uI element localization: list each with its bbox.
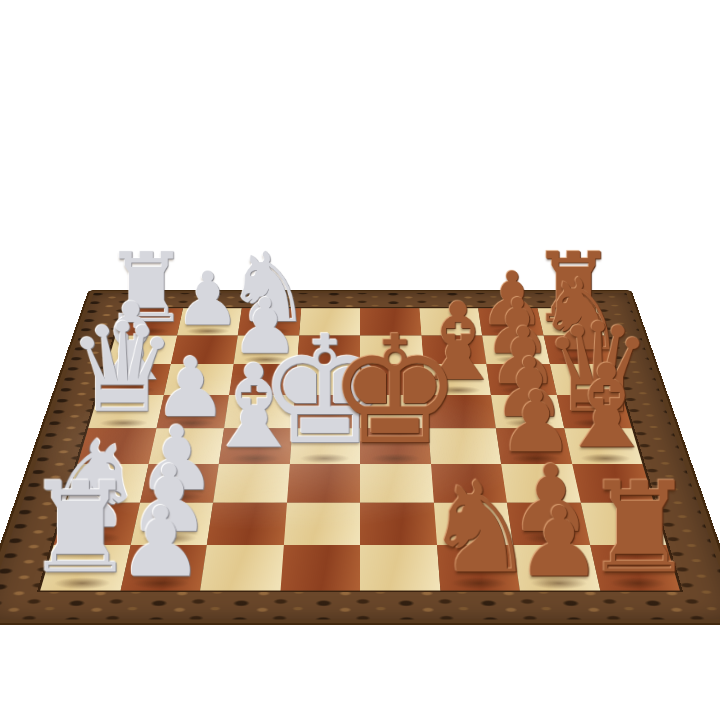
- copper-knight-h6[interactable]: ♞: [423, 469, 536, 588]
- chess-board-grid: ♜♟♞♟♜♟♟♞♝♝♟♛♟♟♛♝♚♚♟♝♟♞♟♟♜♟♞♟♜: [37, 307, 683, 592]
- square-h8[interactable]: ♜: [590, 545, 680, 591]
- square-g4[interactable]: [283, 503, 360, 545]
- square-h1[interactable]: ♜: [40, 545, 130, 591]
- board-3d-plane: ♜♟♞♟♜♟♟♞♝♝♟♛♟♟♛♝♚♚♟♝♟♞♟♟♜♟♞♟♜: [0, 290, 720, 625]
- square-f3[interactable]: [213, 464, 289, 503]
- chess-set-photo: ♜♟♞♟♜♟♟♞♝♝♟♛♟♟♛♝♚♚♟♝♟♞♟♟♜♟♞♟♜: [0, 0, 720, 720]
- square-h3[interactable]: [200, 545, 283, 591]
- square-h4[interactable]: [280, 545, 360, 591]
- board-scene: ♜♟♞♟♜♟♟♞♝♝♟♛♟♟♛♝♚♚♟♝♟♞♟♟♜♟♞♟♜: [0, 0, 720, 720]
- square-g3[interactable]: [207, 503, 287, 545]
- square-h6[interactable]: ♞: [437, 545, 520, 591]
- square-f5[interactable]: [360, 464, 433, 503]
- copper-rook-h8[interactable]: ♜: [583, 469, 696, 588]
- carved-board-frame: ♜♟♞♟♜♟♟♞♝♝♟♛♟♟♛♝♚♚♟♝♟♞♟♟♜♟♞♟♜: [0, 290, 720, 625]
- silver-rook-h1[interactable]: ♜: [24, 469, 137, 588]
- copper-king-e5[interactable]: ♚: [328, 320, 462, 462]
- square-f4[interactable]: [287, 464, 360, 503]
- square-e5[interactable]: ♚: [360, 428, 431, 464]
